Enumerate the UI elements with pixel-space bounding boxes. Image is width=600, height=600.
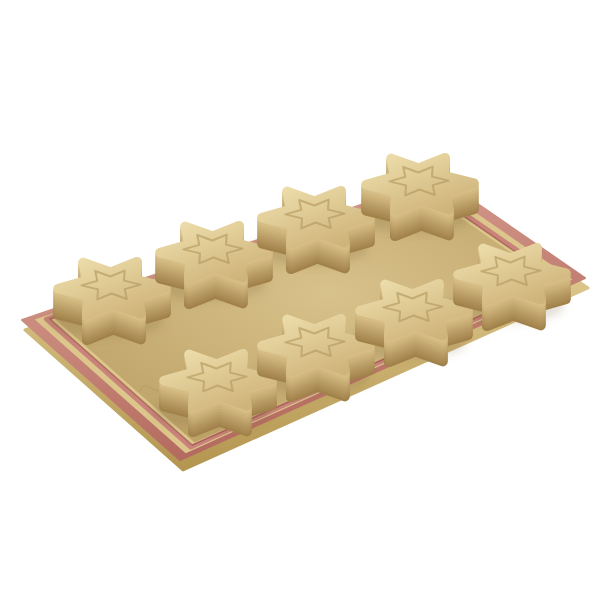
star-mold-product-photo — [0, 0, 600, 600]
product-photo-canvas — [0, 0, 600, 600]
